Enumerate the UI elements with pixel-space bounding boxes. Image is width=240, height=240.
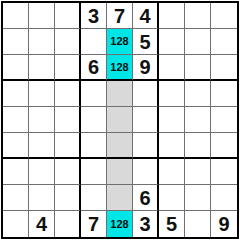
cell-r7c3[interactable]	[55, 159, 81, 185]
cell-r4c9[interactable]	[211, 81, 237, 107]
cell-r4c6[interactable]	[133, 81, 159, 107]
cell-r8c5[interactable]	[107, 185, 133, 211]
cell-r6c2[interactable]	[29, 133, 55, 159]
cell-r8c2[interactable]	[29, 185, 55, 211]
cell-r3c9[interactable]	[211, 55, 237, 81]
cell-r5c2[interactable]	[29, 107, 55, 133]
cell-r1c6[interactable]: 4	[133, 3, 159, 29]
cell-r8c9[interactable]	[211, 185, 237, 211]
cell-r6c8[interactable]	[185, 133, 211, 159]
cell-r2c9[interactable]	[211, 29, 237, 55]
cell-r8c1[interactable]	[3, 185, 29, 211]
cell-r5c4[interactable]	[81, 107, 107, 133]
cell-r3c2[interactable]	[29, 55, 55, 81]
cell-r7c9[interactable]	[211, 159, 237, 185]
cell-r2c5[interactable]: 128	[107, 29, 133, 55]
cell-r2c2[interactable]	[29, 29, 55, 55]
cell-r7c5[interactable]	[107, 159, 133, 185]
cell-r5c5[interactable]	[107, 107, 133, 133]
cell-r5c1[interactable]	[3, 107, 29, 133]
cell-r6c1[interactable]	[3, 133, 29, 159]
cell-r1c8[interactable]	[185, 3, 211, 29]
cell-r3c8[interactable]	[185, 55, 211, 81]
cell-r6c4[interactable]	[81, 133, 107, 159]
cell-r1c9[interactable]	[211, 3, 237, 29]
sudoku-board-wrap: 374128561289647128359	[0, 0, 240, 240]
cell-r7c4[interactable]	[81, 159, 107, 185]
cell-r7c8[interactable]	[185, 159, 211, 185]
cell-r8c8[interactable]	[185, 185, 211, 211]
cell-r5c9[interactable]	[211, 107, 237, 133]
cell-r5c7[interactable]	[159, 107, 185, 133]
cell-r3c6[interactable]: 9	[133, 55, 159, 81]
cell-r7c6[interactable]	[133, 159, 159, 185]
cell-r9c9[interactable]: 9	[211, 211, 237, 237]
cell-r8c4[interactable]	[81, 185, 107, 211]
cell-r6c9[interactable]	[211, 133, 237, 159]
cell-r2c6[interactable]: 5	[133, 29, 159, 55]
cell-r3c1[interactable]	[3, 55, 29, 81]
cell-r9c8[interactable]	[185, 211, 211, 237]
cell-r7c1[interactable]	[3, 159, 29, 185]
cell-r6c7[interactable]	[159, 133, 185, 159]
cell-r1c3[interactable]	[55, 3, 81, 29]
cell-r3c5[interactable]: 128	[107, 55, 133, 81]
cell-r1c1[interactable]	[3, 3, 29, 29]
cell-r4c5[interactable]	[107, 81, 133, 107]
cell-r7c2[interactable]	[29, 159, 55, 185]
cell-r4c4[interactable]	[81, 81, 107, 107]
cell-r3c7[interactable]	[159, 55, 185, 81]
cell-r2c1[interactable]	[3, 29, 29, 55]
cell-r1c7[interactable]	[159, 3, 185, 29]
cell-r3c3[interactable]	[55, 55, 81, 81]
cell-r8c3[interactable]	[55, 185, 81, 211]
cell-r4c2[interactable]	[29, 81, 55, 107]
cell-r3c4[interactable]: 6	[81, 55, 107, 81]
cell-r4c1[interactable]	[3, 81, 29, 107]
cell-r6c5[interactable]	[107, 133, 133, 159]
cell-r6c3[interactable]	[55, 133, 81, 159]
cell-r4c8[interactable]	[185, 81, 211, 107]
cell-r9c7[interactable]: 5	[159, 211, 185, 237]
cell-r5c6[interactable]	[133, 107, 159, 133]
cell-r4c7[interactable]	[159, 81, 185, 107]
cell-r2c8[interactable]	[185, 29, 211, 55]
cell-r8c6[interactable]: 6	[133, 185, 159, 211]
cell-r7c7[interactable]	[159, 159, 185, 185]
cell-r2c4[interactable]	[81, 29, 107, 55]
sudoku-board: 374128561289647128359	[1, 1, 239, 239]
cell-r9c2[interactable]: 4	[29, 211, 55, 237]
cell-r1c2[interactable]	[29, 3, 55, 29]
cell-r8c7[interactable]	[159, 185, 185, 211]
cell-r9c6[interactable]: 3	[133, 211, 159, 237]
cell-r6c6[interactable]	[133, 133, 159, 159]
cell-r9c5[interactable]: 128	[107, 211, 133, 237]
cell-r1c4[interactable]: 3	[81, 3, 107, 29]
cell-r4c3[interactable]	[55, 81, 81, 107]
cell-r9c4[interactable]: 7	[81, 211, 107, 237]
cell-r2c3[interactable]	[55, 29, 81, 55]
cell-r5c3[interactable]	[55, 107, 81, 133]
cell-r5c8[interactable]	[185, 107, 211, 133]
cell-r2c7[interactable]	[159, 29, 185, 55]
cell-r1c5[interactable]: 7	[107, 3, 133, 29]
cell-r9c3[interactable]	[55, 211, 81, 237]
cell-r9c1[interactable]	[3, 211, 29, 237]
